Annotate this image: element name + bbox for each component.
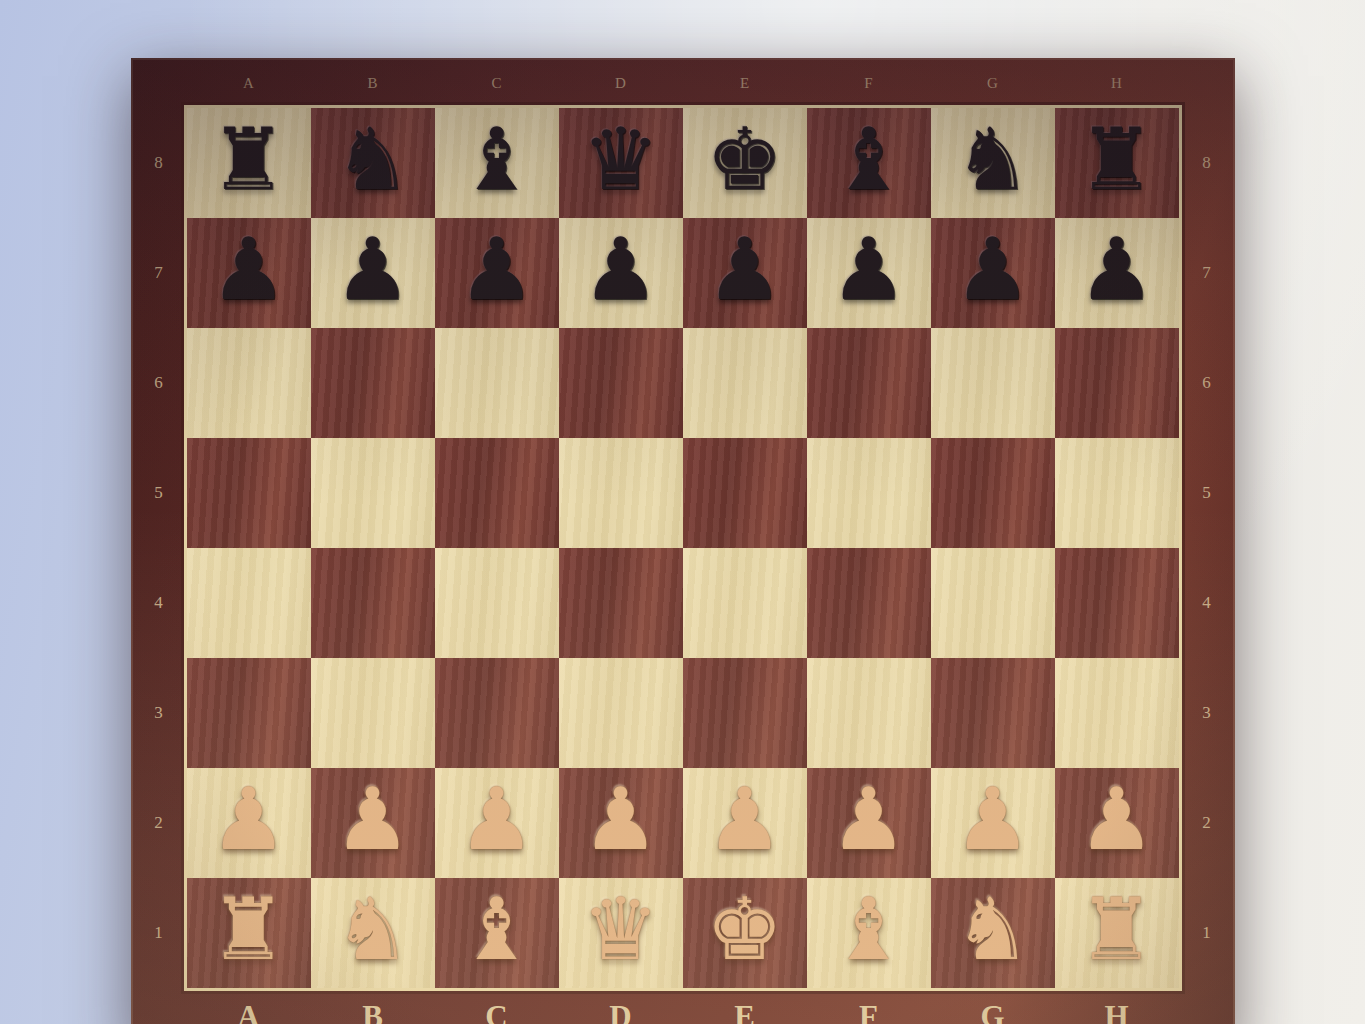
rank-label: 8 [1179, 108, 1235, 218]
square-c7: ♟ [435, 218, 559, 328]
square-c4 [435, 548, 559, 658]
black-pawn-d7: ♟ [582, 226, 659, 312]
rank-label: 7 [131, 218, 187, 328]
black-pawn-a7: ♟ [210, 226, 287, 312]
square-d8: ♛ [559, 108, 683, 218]
square-h7: ♟ [1055, 218, 1179, 328]
white-bishop-f1: ♝ [830, 886, 907, 972]
file-label: E [683, 988, 807, 1024]
photo-scene: ABCDEFGH 87654321 87654321 ♜♞♝♛♚♝♞♜♟♟♟♟♟… [0, 0, 1365, 1024]
square-g8: ♞ [931, 108, 1055, 218]
file-label: F [807, 988, 931, 1024]
chess-board: ♜♞♝♛♚♝♞♜♟♟♟♟♟♟♟♟♟♟♟♟♟♟♟♟♜♞♝♛♚♝♞♜ [187, 108, 1179, 988]
square-b5 [311, 438, 435, 548]
black-bishop-f8: ♝ [830, 116, 907, 202]
square-f7: ♟ [807, 218, 931, 328]
square-d3 [559, 658, 683, 768]
black-pawn-g7: ♟ [954, 226, 1031, 312]
file-label: H [1055, 58, 1179, 108]
file-label: F [807, 58, 931, 108]
black-pawn-b7: ♟ [334, 226, 411, 312]
square-d4 [559, 548, 683, 658]
square-h4 [1055, 548, 1179, 658]
white-rook-h1: ♜ [1078, 886, 1155, 972]
black-pawn-e7: ♟ [706, 226, 783, 312]
square-f2: ♟ [807, 768, 931, 878]
rank-label: 3 [131, 658, 187, 768]
square-e2: ♟ [683, 768, 807, 878]
black-pawn-f7: ♟ [830, 226, 907, 312]
white-pawn-c2: ♟ [458, 776, 535, 862]
square-g1: ♞ [931, 878, 1055, 988]
white-pawn-e2: ♟ [706, 776, 783, 862]
square-b4 [311, 548, 435, 658]
square-a6 [187, 328, 311, 438]
square-f1: ♝ [807, 878, 931, 988]
file-labels-far: ABCDEFGH [187, 58, 1179, 108]
square-f5 [807, 438, 931, 548]
black-queen-d8: ♛ [582, 116, 659, 202]
square-b6 [311, 328, 435, 438]
white-king-e1: ♚ [706, 886, 783, 972]
white-knight-b1: ♞ [334, 886, 411, 972]
square-b1: ♞ [311, 878, 435, 988]
board-frame: ABCDEFGH 87654321 87654321 ♜♞♝♛♚♝♞♜♟♟♟♟♟… [131, 58, 1235, 1024]
square-c8: ♝ [435, 108, 559, 218]
rank-label: 2 [1179, 768, 1235, 878]
square-a5 [187, 438, 311, 548]
white-pawn-b2: ♟ [334, 776, 411, 862]
white-queen-d1: ♛ [582, 886, 659, 972]
square-f4 [807, 548, 931, 658]
square-d1: ♛ [559, 878, 683, 988]
square-c2: ♟ [435, 768, 559, 878]
square-a2: ♟ [187, 768, 311, 878]
square-c6 [435, 328, 559, 438]
square-g6 [931, 328, 1055, 438]
square-h6 [1055, 328, 1179, 438]
square-e8: ♚ [683, 108, 807, 218]
rank-label: 3 [1179, 658, 1235, 768]
rank-labels-left: 87654321 [131, 108, 187, 988]
file-label: H [1055, 988, 1179, 1024]
black-pawn-h7: ♟ [1078, 226, 1155, 312]
white-pawn-d2: ♟ [582, 776, 659, 862]
square-e7: ♟ [683, 218, 807, 328]
file-label: C [435, 58, 559, 108]
file-label: G [931, 58, 1055, 108]
file-label: B [311, 58, 435, 108]
file-label: C [435, 988, 559, 1024]
rank-label: 4 [1179, 548, 1235, 658]
square-c5 [435, 438, 559, 548]
rank-label: 6 [131, 328, 187, 438]
black-knight-b8: ♞ [334, 116, 411, 202]
black-pawn-c7: ♟ [458, 226, 535, 312]
square-b2: ♟ [311, 768, 435, 878]
square-h3 [1055, 658, 1179, 768]
square-d5 [559, 438, 683, 548]
file-label: G [931, 988, 1055, 1024]
file-label: D [559, 58, 683, 108]
black-rook-h8: ♜ [1078, 116, 1155, 202]
rank-label: 1 [1179, 878, 1235, 988]
file-label: A [187, 58, 311, 108]
black-king-e8: ♚ [706, 116, 783, 202]
square-g3 [931, 658, 1055, 768]
rank-labels-right: 87654321 [1179, 108, 1235, 988]
rank-label: 7 [1179, 218, 1235, 328]
white-rook-a1: ♜ [210, 886, 287, 972]
square-f8: ♝ [807, 108, 931, 218]
square-g4 [931, 548, 1055, 658]
square-e4 [683, 548, 807, 658]
square-g5 [931, 438, 1055, 548]
rank-label: 5 [1179, 438, 1235, 548]
square-a4 [187, 548, 311, 658]
file-label: B [311, 988, 435, 1024]
square-d6 [559, 328, 683, 438]
rank-label: 1 [131, 878, 187, 988]
rank-label: 4 [131, 548, 187, 658]
square-a3 [187, 658, 311, 768]
black-rook-a8: ♜ [210, 116, 287, 202]
square-h8: ♜ [1055, 108, 1179, 218]
white-bishop-c1: ♝ [458, 886, 535, 972]
square-a8: ♜ [187, 108, 311, 218]
rank-label: 5 [131, 438, 187, 548]
square-h2: ♟ [1055, 768, 1179, 878]
file-label: D [559, 988, 683, 1024]
square-c1: ♝ [435, 878, 559, 988]
square-e1: ♚ [683, 878, 807, 988]
square-b3 [311, 658, 435, 768]
square-c3 [435, 658, 559, 768]
square-g7: ♟ [931, 218, 1055, 328]
square-e3 [683, 658, 807, 768]
rank-label: 6 [1179, 328, 1235, 438]
square-h1: ♜ [1055, 878, 1179, 988]
square-h5 [1055, 438, 1179, 548]
file-label: A [187, 988, 311, 1024]
white-pawn-g2: ♟ [954, 776, 1031, 862]
file-label: E [683, 58, 807, 108]
white-pawn-a2: ♟ [210, 776, 287, 862]
black-bishop-c8: ♝ [458, 116, 535, 202]
square-g2: ♟ [931, 768, 1055, 878]
white-knight-g1: ♞ [954, 886, 1031, 972]
square-f3 [807, 658, 931, 768]
square-b7: ♟ [311, 218, 435, 328]
white-pawn-f2: ♟ [830, 776, 907, 862]
square-e5 [683, 438, 807, 548]
square-f6 [807, 328, 931, 438]
white-pawn-h2: ♟ [1078, 776, 1155, 862]
square-d7: ♟ [559, 218, 683, 328]
square-d2: ♟ [559, 768, 683, 878]
square-a1: ♜ [187, 878, 311, 988]
square-a7: ♟ [187, 218, 311, 328]
rank-label: 8 [131, 108, 187, 218]
file-labels-near: ABCDEFGH [187, 988, 1179, 1024]
square-e6 [683, 328, 807, 438]
square-b8: ♞ [311, 108, 435, 218]
black-knight-g8: ♞ [954, 116, 1031, 202]
rank-label: 2 [131, 768, 187, 878]
